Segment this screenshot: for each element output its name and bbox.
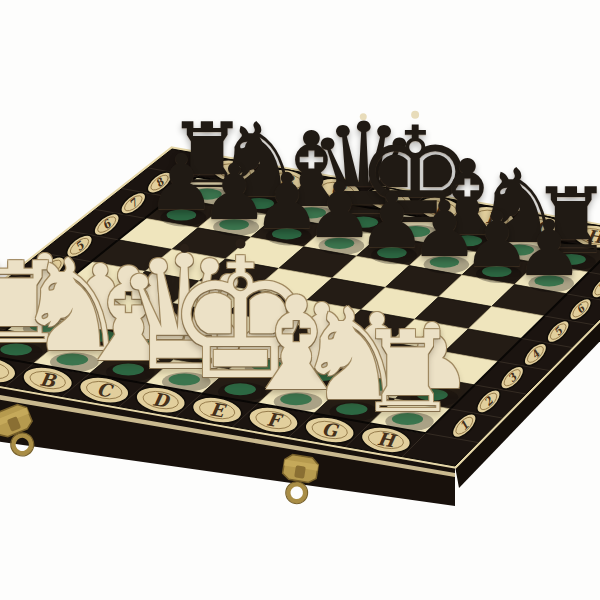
felt-pad bbox=[225, 383, 256, 395]
felt-pad bbox=[85, 330, 116, 342]
felt-pad bbox=[430, 257, 459, 268]
felt-pad bbox=[505, 245, 534, 256]
chess-set-photo: AABBCCDDEEFFGGHH8877665544332211 bbox=[0, 0, 600, 600]
felt-pad bbox=[169, 373, 200, 385]
felt-pad bbox=[272, 228, 302, 239]
felt-pad bbox=[251, 360, 282, 372]
felt-pad bbox=[57, 354, 89, 366]
felt-pad bbox=[29, 320, 60, 332]
felt-pad bbox=[245, 198, 274, 209]
felt-pad bbox=[362, 379, 393, 391]
felt-pad bbox=[535, 275, 564, 286]
felt-pad bbox=[0, 344, 32, 356]
felt-pad bbox=[307, 369, 338, 381]
svg-text:H: H bbox=[585, 226, 600, 248]
felt-pad bbox=[192, 189, 221, 200]
felt-pad bbox=[113, 364, 144, 376]
felt-pad bbox=[557, 254, 586, 265]
felt-pad bbox=[325, 238, 355, 249]
felt-pad bbox=[336, 403, 367, 415]
felt-pad bbox=[141, 340, 172, 352]
page-background: { "game": "chess", "scene": "angled phot… bbox=[0, 0, 600, 600]
felt-pad bbox=[417, 389, 448, 401]
felt-pad bbox=[167, 209, 197, 220]
felt-pad bbox=[349, 217, 378, 228]
felt-pad bbox=[196, 350, 227, 362]
felt-pad bbox=[482, 266, 511, 277]
felt-pad bbox=[219, 219, 249, 230]
felt-pad bbox=[377, 247, 407, 258]
felt-pad bbox=[392, 413, 423, 425]
felt-pad bbox=[280, 393, 311, 405]
felt-pad bbox=[453, 235, 482, 246]
felt-pad bbox=[401, 226, 430, 237]
felt-pad bbox=[297, 207, 326, 218]
